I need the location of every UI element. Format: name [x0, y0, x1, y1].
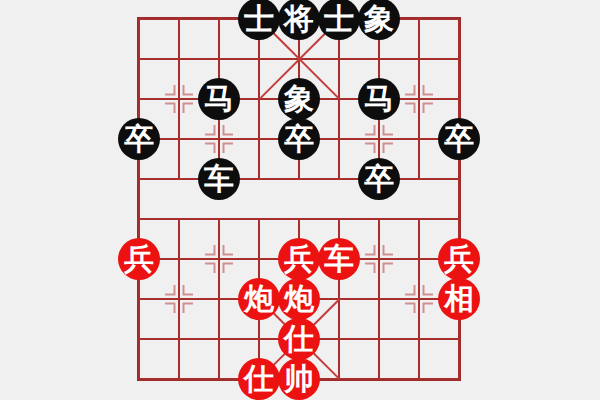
- xiangqi-board[interactable]: 士将士象马象马卒卒卒车卒兵兵车兵炮炮相仕仕帅: [139, 19, 459, 379]
- piece-black-horse[interactable]: 马: [198, 78, 240, 120]
- star-point-mark: [163, 283, 195, 315]
- piece-red-soldier[interactable]: 兵: [118, 238, 160, 280]
- piece-red-elephant[interactable]: 相: [438, 278, 480, 320]
- piece-red-chariot[interactable]: 车: [318, 238, 360, 280]
- piece-red-general[interactable]: 帅: [278, 358, 320, 400]
- grid-file-line: [138, 19, 140, 379]
- piece-black-advisor[interactable]: 士: [318, 0, 360, 40]
- piece-red-soldier[interactable]: 兵: [438, 238, 480, 280]
- star-point-mark: [203, 123, 235, 155]
- piece-black-soldier[interactable]: 卒: [118, 118, 160, 160]
- star-point-mark: [203, 243, 235, 275]
- piece-black-soldier[interactable]: 卒: [358, 158, 400, 200]
- piece-black-general[interactable]: 将: [278, 0, 320, 40]
- piece-black-elephant[interactable]: 象: [358, 0, 400, 40]
- piece-red-cannon[interactable]: 炮: [238, 278, 280, 320]
- piece-black-soldier[interactable]: 卒: [278, 118, 320, 160]
- piece-red-advisor[interactable]: 仕: [238, 358, 280, 400]
- piece-black-chariot[interactable]: 车: [198, 158, 240, 200]
- piece-black-horse[interactable]: 马: [358, 78, 400, 120]
- star-point-mark: [403, 83, 435, 115]
- star-point-mark: [363, 243, 395, 275]
- star-point-mark: [363, 123, 395, 155]
- piece-red-soldier[interactable]: 兵: [278, 238, 320, 280]
- piece-red-cannon[interactable]: 炮: [278, 278, 320, 320]
- star-point-mark: [403, 283, 435, 315]
- piece-red-advisor[interactable]: 仕: [278, 318, 320, 360]
- piece-black-elephant[interactable]: 象: [278, 78, 320, 120]
- piece-black-advisor[interactable]: 士: [238, 0, 280, 40]
- piece-black-soldier[interactable]: 卒: [438, 118, 480, 160]
- grid-file-line: [458, 19, 460, 379]
- star-point-mark: [163, 83, 195, 115]
